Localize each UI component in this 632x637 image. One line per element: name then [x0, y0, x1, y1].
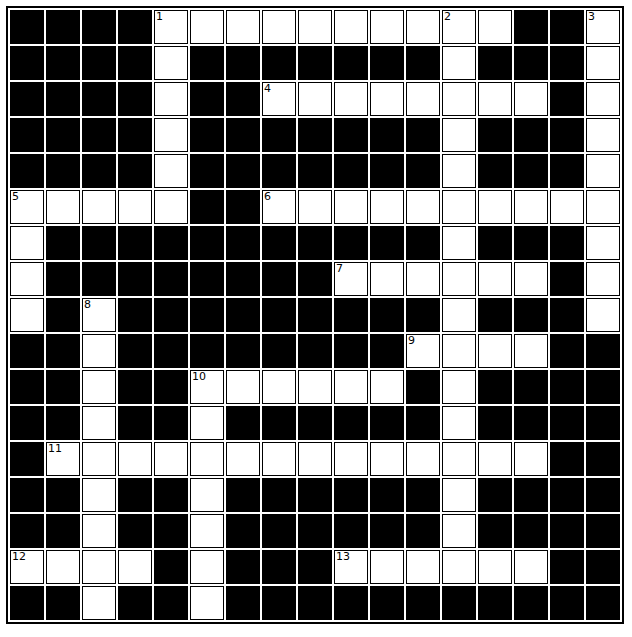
black-cell — [154, 262, 188, 296]
black-cell — [298, 226, 332, 260]
black-cell — [406, 406, 440, 440]
clue-number: 6 — [264, 191, 271, 203]
white-cell[interactable]: 7 — [334, 262, 368, 296]
black-cell — [226, 406, 260, 440]
black-cell — [82, 118, 116, 152]
white-cell[interactable] — [442, 190, 476, 224]
black-cell — [298, 550, 332, 584]
black-cell — [10, 514, 44, 548]
black-cell — [586, 370, 620, 404]
black-cell — [406, 514, 440, 548]
black-cell — [478, 46, 512, 80]
white-cell[interactable]: 6 — [262, 190, 296, 224]
black-cell — [154, 550, 188, 584]
black-cell — [550, 118, 584, 152]
black-cell — [10, 118, 44, 152]
black-cell — [298, 478, 332, 512]
white-cell[interactable] — [406, 10, 440, 44]
black-cell — [226, 334, 260, 368]
clue-number: 5 — [12, 191, 19, 203]
black-cell — [370, 478, 404, 512]
white-cell[interactable]: 12 — [10, 550, 44, 584]
black-cell — [334, 226, 368, 260]
white-cell[interactable] — [190, 550, 224, 584]
white-cell[interactable] — [370, 442, 404, 476]
white-cell[interactable]: 3 — [586, 10, 620, 44]
black-cell — [406, 46, 440, 80]
white-cell[interactable]: 4 — [262, 82, 296, 116]
white-cell[interactable] — [370, 550, 404, 584]
white-cell[interactable] — [226, 10, 260, 44]
black-cell — [334, 118, 368, 152]
black-cell — [82, 262, 116, 296]
black-cell — [226, 226, 260, 260]
black-cell — [370, 154, 404, 188]
white-cell[interactable] — [514, 262, 548, 296]
black-cell — [226, 550, 260, 584]
black-cell — [118, 334, 152, 368]
white-cell[interactable] — [478, 334, 512, 368]
white-cell[interactable] — [586, 190, 620, 224]
white-cell[interactable] — [190, 586, 224, 620]
black-cell — [298, 46, 332, 80]
white-cell[interactable] — [190, 514, 224, 548]
black-cell — [118, 406, 152, 440]
white-cell[interactable]: 13 — [334, 550, 368, 584]
black-cell — [550, 550, 584, 584]
white-cell[interactable] — [118, 442, 152, 476]
black-cell — [262, 154, 296, 188]
black-cell — [262, 406, 296, 440]
black-cell — [370, 334, 404, 368]
black-cell — [118, 262, 152, 296]
black-cell — [550, 82, 584, 116]
black-cell — [226, 46, 260, 80]
black-cell — [370, 298, 404, 332]
black-cell — [478, 406, 512, 440]
black-cell — [82, 46, 116, 80]
white-cell[interactable] — [262, 442, 296, 476]
black-cell — [370, 118, 404, 152]
white-cell[interactable] — [442, 370, 476, 404]
white-cell[interactable] — [478, 190, 512, 224]
white-cell[interactable] — [154, 118, 188, 152]
black-cell — [154, 514, 188, 548]
black-cell — [10, 334, 44, 368]
black-cell — [226, 154, 260, 188]
black-cell — [514, 586, 548, 620]
black-cell — [334, 46, 368, 80]
black-cell — [550, 46, 584, 80]
black-cell — [334, 586, 368, 620]
clue-number: 7 — [336, 263, 343, 275]
black-cell — [190, 262, 224, 296]
black-cell — [46, 586, 80, 620]
black-cell — [190, 334, 224, 368]
black-cell — [118, 370, 152, 404]
white-cell[interactable] — [154, 82, 188, 116]
black-cell — [82, 226, 116, 260]
black-cell — [10, 10, 44, 44]
black-cell — [298, 334, 332, 368]
white-cell[interactable] — [46, 190, 80, 224]
black-cell — [118, 478, 152, 512]
black-cell — [550, 514, 584, 548]
white-cell[interactable] — [478, 82, 512, 116]
white-cell[interactable] — [586, 82, 620, 116]
clue-number: 3 — [588, 11, 595, 23]
white-cell[interactable] — [406, 550, 440, 584]
black-cell — [190, 118, 224, 152]
black-cell — [334, 298, 368, 332]
black-cell — [154, 370, 188, 404]
black-cell — [298, 154, 332, 188]
black-cell — [190, 226, 224, 260]
black-cell — [262, 550, 296, 584]
white-cell[interactable] — [442, 82, 476, 116]
black-cell — [298, 514, 332, 548]
black-cell — [406, 478, 440, 512]
black-cell — [406, 370, 440, 404]
black-cell — [262, 298, 296, 332]
white-cell[interactable] — [82, 370, 116, 404]
black-cell — [406, 226, 440, 260]
white-cell[interactable] — [334, 190, 368, 224]
white-cell[interactable] — [478, 262, 512, 296]
white-cell[interactable] — [514, 442, 548, 476]
white-cell[interactable] — [10, 262, 44, 296]
black-cell — [82, 10, 116, 44]
white-cell[interactable] — [82, 190, 116, 224]
white-cell[interactable] — [370, 370, 404, 404]
black-cell — [118, 82, 152, 116]
black-cell — [334, 514, 368, 548]
black-cell — [550, 334, 584, 368]
black-cell — [46, 10, 80, 44]
black-cell — [514, 226, 548, 260]
white-cell[interactable] — [46, 550, 80, 584]
white-cell[interactable] — [514, 82, 548, 116]
black-cell — [550, 10, 584, 44]
black-cell — [334, 478, 368, 512]
black-cell — [262, 226, 296, 260]
black-cell — [82, 154, 116, 188]
black-cell — [190, 46, 224, 80]
black-cell — [118, 46, 152, 80]
black-cell — [46, 478, 80, 512]
white-cell[interactable] — [82, 586, 116, 620]
white-cell[interactable] — [82, 406, 116, 440]
black-cell — [478, 478, 512, 512]
clue-number: 1 — [156, 11, 163, 23]
black-cell — [190, 298, 224, 332]
black-cell — [226, 118, 260, 152]
black-cell — [550, 406, 584, 440]
clue-number: 12 — [12, 551, 26, 563]
black-cell — [10, 442, 44, 476]
white-cell[interactable] — [406, 262, 440, 296]
black-cell — [514, 478, 548, 512]
black-cell — [370, 406, 404, 440]
white-cell[interactable] — [298, 82, 332, 116]
black-cell — [550, 478, 584, 512]
white-cell[interactable] — [82, 550, 116, 584]
black-cell — [154, 586, 188, 620]
black-cell — [46, 118, 80, 152]
black-cell — [478, 370, 512, 404]
black-cell — [10, 82, 44, 116]
black-cell — [226, 586, 260, 620]
black-cell — [406, 118, 440, 152]
clue-number: 4 — [264, 83, 271, 95]
white-cell[interactable]: 10 — [190, 370, 224, 404]
white-cell[interactable] — [190, 478, 224, 512]
white-cell[interactable] — [442, 406, 476, 440]
black-cell — [514, 514, 548, 548]
white-cell[interactable] — [514, 334, 548, 368]
black-cell — [370, 226, 404, 260]
white-cell[interactable] — [298, 10, 332, 44]
black-cell — [550, 442, 584, 476]
black-cell — [478, 226, 512, 260]
black-cell — [586, 442, 620, 476]
white-cell[interactable] — [334, 82, 368, 116]
white-cell[interactable] — [406, 442, 440, 476]
white-cell[interactable] — [370, 82, 404, 116]
black-cell — [262, 118, 296, 152]
black-cell — [262, 334, 296, 368]
black-cell — [442, 586, 476, 620]
black-cell — [550, 586, 584, 620]
black-cell — [370, 46, 404, 80]
clue-number: 13 — [336, 551, 350, 563]
black-cell — [550, 298, 584, 332]
black-cell — [586, 586, 620, 620]
black-cell — [226, 514, 260, 548]
black-cell — [226, 298, 260, 332]
white-cell[interactable] — [334, 10, 368, 44]
black-cell — [226, 82, 260, 116]
white-cell[interactable] — [586, 226, 620, 260]
black-cell — [262, 478, 296, 512]
white-cell[interactable] — [10, 226, 44, 260]
black-cell — [334, 406, 368, 440]
white-cell[interactable] — [154, 46, 188, 80]
black-cell — [154, 298, 188, 332]
white-cell[interactable] — [82, 334, 116, 368]
black-cell — [334, 334, 368, 368]
white-cell[interactable] — [442, 154, 476, 188]
white-cell[interactable] — [478, 10, 512, 44]
white-cell[interactable] — [118, 550, 152, 584]
white-cell[interactable] — [550, 190, 584, 224]
black-cell — [406, 298, 440, 332]
black-cell — [154, 406, 188, 440]
clue-number: 8 — [84, 299, 91, 311]
black-cell — [406, 586, 440, 620]
white-cell[interactable]: 2 — [442, 10, 476, 44]
white-cell[interactable] — [154, 190, 188, 224]
black-cell — [46, 334, 80, 368]
black-cell — [118, 118, 152, 152]
black-cell — [118, 586, 152, 620]
white-cell[interactable]: 5 — [10, 190, 44, 224]
white-cell[interactable]: 9 — [406, 334, 440, 368]
white-cell[interactable]: 8 — [82, 298, 116, 332]
white-cell[interactable] — [478, 442, 512, 476]
black-cell — [298, 298, 332, 332]
black-cell — [226, 262, 260, 296]
black-cell — [154, 478, 188, 512]
black-cell — [118, 298, 152, 332]
white-cell[interactable] — [226, 370, 260, 404]
black-cell — [550, 262, 584, 296]
clue-number: 10 — [192, 371, 206, 383]
black-cell — [262, 586, 296, 620]
white-cell[interactable] — [226, 442, 260, 476]
crossword-grid: 12345678910111213 — [6, 6, 624, 624]
black-cell — [46, 82, 80, 116]
white-cell[interactable] — [442, 226, 476, 260]
black-cell — [46, 46, 80, 80]
white-cell[interactable] — [190, 406, 224, 440]
white-cell[interactable]: 11 — [46, 442, 80, 476]
white-cell[interactable] — [10, 298, 44, 332]
black-cell — [478, 586, 512, 620]
black-cell — [550, 226, 584, 260]
white-cell[interactable] — [370, 10, 404, 44]
white-cell[interactable] — [190, 10, 224, 44]
black-cell — [226, 190, 260, 224]
clue-number: 9 — [408, 335, 415, 347]
white-cell[interactable] — [370, 190, 404, 224]
white-cell[interactable] — [262, 10, 296, 44]
white-cell[interactable] — [586, 262, 620, 296]
white-cell[interactable] — [190, 442, 224, 476]
black-cell — [586, 406, 620, 440]
white-cell[interactable] — [514, 190, 548, 224]
black-cell — [226, 478, 260, 512]
white-cell[interactable] — [406, 82, 440, 116]
black-cell — [154, 226, 188, 260]
black-cell — [46, 514, 80, 548]
black-cell — [262, 262, 296, 296]
black-cell — [514, 46, 548, 80]
clue-number: 2 — [444, 11, 451, 23]
white-cell[interactable] — [442, 46, 476, 80]
black-cell — [10, 586, 44, 620]
white-cell[interactable] — [586, 298, 620, 332]
white-cell[interactable] — [442, 334, 476, 368]
white-cell[interactable] — [442, 298, 476, 332]
black-cell — [478, 118, 512, 152]
black-cell — [10, 46, 44, 80]
black-cell — [10, 154, 44, 188]
white-cell[interactable] — [442, 118, 476, 152]
black-cell — [190, 82, 224, 116]
black-cell — [10, 406, 44, 440]
white-cell[interactable] — [82, 514, 116, 548]
black-cell — [298, 406, 332, 440]
black-cell — [478, 154, 512, 188]
black-cell — [82, 82, 116, 116]
black-cell — [514, 154, 548, 188]
white-cell[interactable] — [442, 550, 476, 584]
white-cell[interactable] — [82, 442, 116, 476]
white-cell[interactable] — [82, 478, 116, 512]
black-cell — [586, 334, 620, 368]
white-cell[interactable] — [442, 478, 476, 512]
black-cell — [550, 154, 584, 188]
white-cell[interactable]: 1 — [154, 10, 188, 44]
black-cell — [46, 370, 80, 404]
black-cell — [514, 10, 548, 44]
white-cell[interactable] — [442, 514, 476, 548]
clue-number: 11 — [48, 443, 62, 455]
black-cell — [46, 154, 80, 188]
black-cell — [262, 46, 296, 80]
black-cell — [190, 154, 224, 188]
white-cell[interactable] — [442, 442, 476, 476]
black-cell — [370, 586, 404, 620]
white-cell[interactable] — [334, 442, 368, 476]
white-cell[interactable] — [298, 370, 332, 404]
black-cell — [586, 478, 620, 512]
black-cell — [262, 514, 296, 548]
white-cell[interactable] — [406, 190, 440, 224]
white-cell[interactable] — [442, 262, 476, 296]
white-cell[interactable] — [154, 442, 188, 476]
black-cell — [118, 514, 152, 548]
white-cell[interactable] — [262, 370, 296, 404]
black-cell — [190, 190, 224, 224]
black-cell — [514, 370, 548, 404]
black-cell — [514, 406, 548, 440]
black-cell — [550, 370, 584, 404]
black-cell — [298, 118, 332, 152]
white-cell[interactable] — [370, 262, 404, 296]
black-cell — [298, 262, 332, 296]
white-cell[interactable] — [478, 550, 512, 584]
white-cell[interactable] — [298, 190, 332, 224]
white-cell[interactable] — [586, 118, 620, 152]
black-cell — [514, 118, 548, 152]
black-cell — [46, 406, 80, 440]
black-cell — [46, 226, 80, 260]
black-cell — [370, 514, 404, 548]
black-cell — [118, 154, 152, 188]
white-cell[interactable] — [334, 370, 368, 404]
white-cell[interactable] — [586, 46, 620, 80]
black-cell — [118, 226, 152, 260]
black-cell — [406, 154, 440, 188]
black-cell — [154, 334, 188, 368]
white-cell[interactable] — [118, 190, 152, 224]
black-cell — [586, 550, 620, 584]
black-cell — [586, 514, 620, 548]
black-cell — [46, 298, 80, 332]
black-cell — [46, 262, 80, 296]
white-cell[interactable] — [586, 154, 620, 188]
black-cell — [10, 478, 44, 512]
white-cell[interactable] — [154, 154, 188, 188]
black-cell — [478, 514, 512, 548]
black-cell — [10, 370, 44, 404]
black-cell — [334, 154, 368, 188]
black-cell — [118, 10, 152, 44]
white-cell[interactable] — [298, 442, 332, 476]
white-cell[interactable] — [514, 550, 548, 584]
